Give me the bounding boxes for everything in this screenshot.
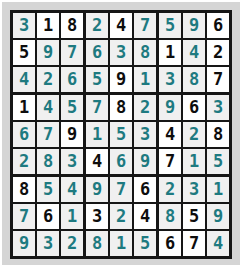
cell-r3c8[interactable]: 8 (183, 67, 205, 92)
cell-r2c5[interactable]: 3 (110, 40, 132, 65)
cell-r6c8[interactable]: 1 (183, 149, 205, 174)
cell-r7c9[interactable]: 1 (207, 177, 229, 202)
cell-r9c3[interactable]: 2 (61, 231, 83, 256)
cell-r4c1[interactable]: 1 (13, 95, 35, 120)
cell-r4c7[interactable]: 9 (159, 95, 181, 120)
cell-r1c6[interactable]: 7 (134, 13, 156, 38)
cell-r7c3[interactable]: 4 (61, 177, 83, 202)
cell-r7c5[interactable]: 7 (110, 177, 132, 202)
cell-r3c7[interactable]: 3 (159, 67, 181, 92)
cell-r4c3[interactable]: 5 (61, 95, 83, 120)
sudoku-box-4: 145679283 (13, 95, 83, 174)
cell-r6c6[interactable]: 9 (134, 149, 156, 174)
cell-r4c8[interactable]: 6 (183, 95, 205, 120)
sudoku-box-7: 854761932 (13, 177, 83, 256)
cell-r1c3[interactable]: 8 (61, 13, 83, 38)
cell-r3c4[interactable]: 5 (86, 67, 108, 92)
sudoku-box-1: 318597426 (13, 13, 83, 92)
cell-r6c1[interactable]: 2 (13, 149, 35, 174)
sudoku-board: 3185974262476385915961423871456792837821… (10, 10, 232, 259)
sudoku-box-8: 976324815 (86, 177, 156, 256)
cell-r3c3[interactable]: 6 (61, 67, 83, 92)
cell-r9c8[interactable]: 7 (183, 231, 205, 256)
cell-r1c4[interactable]: 2 (86, 13, 108, 38)
cell-r1c1[interactable]: 3 (13, 13, 35, 38)
sudoku-box-2: 247638591 (86, 13, 156, 92)
page-background: 3185974262476385915961423871456792837821… (0, 0, 240, 265)
cell-r7c7[interactable]: 2 (159, 177, 181, 202)
cell-r8c2[interactable]: 6 (37, 204, 59, 229)
cell-r7c1[interactable]: 8 (13, 177, 35, 202)
cell-r9c9[interactable]: 4 (207, 231, 229, 256)
cell-r1c7[interactable]: 5 (159, 13, 181, 38)
cell-r2c9[interactable]: 2 (207, 40, 229, 65)
cell-r3c1[interactable]: 4 (13, 67, 35, 92)
cell-r5c2[interactable]: 7 (37, 122, 59, 147)
cell-r7c6[interactable]: 6 (134, 177, 156, 202)
cell-r5c6[interactable]: 3 (134, 122, 156, 147)
sudoku-box-6: 963428715 (159, 95, 229, 174)
cell-r5c4[interactable]: 1 (86, 122, 108, 147)
cell-r6c7[interactable]: 7 (159, 149, 181, 174)
cell-r5c3[interactable]: 9 (61, 122, 83, 147)
cell-r6c3[interactable]: 3 (61, 149, 83, 174)
cell-r1c9[interactable]: 6 (207, 13, 229, 38)
cell-r8c5[interactable]: 2 (110, 204, 132, 229)
cell-r8c3[interactable]: 1 (61, 204, 83, 229)
cell-r6c5[interactable]: 6 (110, 149, 132, 174)
cell-r3c6[interactable]: 1 (134, 67, 156, 92)
cell-r1c2[interactable]: 1 (37, 13, 59, 38)
cell-r7c8[interactable]: 3 (183, 177, 205, 202)
cell-r2c3[interactable]: 7 (61, 40, 83, 65)
cell-r2c8[interactable]: 4 (183, 40, 205, 65)
cell-r6c9[interactable]: 5 (207, 149, 229, 174)
cell-r8c6[interactable]: 4 (134, 204, 156, 229)
sudoku-box-9: 231859674 (159, 177, 229, 256)
cell-r2c2[interactable]: 9 (37, 40, 59, 65)
cell-r4c6[interactable]: 2 (134, 95, 156, 120)
cell-r9c7[interactable]: 6 (159, 231, 181, 256)
cell-r1c5[interactable]: 4 (110, 13, 132, 38)
sudoku-box-5: 782153469 (86, 95, 156, 174)
cell-r3c5[interactable]: 9 (110, 67, 132, 92)
cell-r5c1[interactable]: 6 (13, 122, 35, 147)
cell-r4c2[interactable]: 4 (37, 95, 59, 120)
cell-r8c1[interactable]: 7 (13, 204, 35, 229)
cell-r8c8[interactable]: 5 (183, 204, 205, 229)
cell-r4c5[interactable]: 8 (110, 95, 132, 120)
cell-r3c2[interactable]: 2 (37, 67, 59, 92)
cell-r5c5[interactable]: 5 (110, 122, 132, 147)
cell-r5c9[interactable]: 8 (207, 122, 229, 147)
sudoku-box-3: 596142387 (159, 13, 229, 92)
cell-r9c4[interactable]: 8 (86, 231, 108, 256)
cell-r5c7[interactable]: 4 (159, 122, 181, 147)
cell-r2c7[interactable]: 1 (159, 40, 181, 65)
cell-r9c1[interactable]: 9 (13, 231, 35, 256)
cell-r8c7[interactable]: 8 (159, 204, 181, 229)
cell-r4c9[interactable]: 3 (207, 95, 229, 120)
cell-r9c2[interactable]: 3 (37, 231, 59, 256)
cell-r3c9[interactable]: 7 (207, 67, 229, 92)
cell-r9c5[interactable]: 1 (110, 231, 132, 256)
cell-r2c6[interactable]: 8 (134, 40, 156, 65)
cell-r8c9[interactable]: 9 (207, 204, 229, 229)
cell-r7c4[interactable]: 9 (86, 177, 108, 202)
cell-r4c4[interactable]: 7 (86, 95, 108, 120)
cell-r8c4[interactable]: 3 (86, 204, 108, 229)
cell-r7c2[interactable]: 5 (37, 177, 59, 202)
cell-r1c8[interactable]: 9 (183, 13, 205, 38)
cell-r6c2[interactable]: 8 (37, 149, 59, 174)
cell-r2c1[interactable]: 5 (13, 40, 35, 65)
cell-r2c4[interactable]: 6 (86, 40, 108, 65)
cell-r6c4[interactable]: 4 (86, 149, 108, 174)
cell-r9c6[interactable]: 5 (134, 231, 156, 256)
cell-r5c8[interactable]: 2 (183, 122, 205, 147)
